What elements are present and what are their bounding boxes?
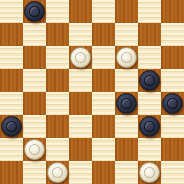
square-d4[interactable] [69,92,92,115]
square-g1[interactable] [138,161,161,184]
square-h6[interactable] [161,46,184,69]
square-g6 [138,46,161,69]
square-b5 [23,69,46,92]
square-h5 [161,69,184,92]
square-f2[interactable] [115,138,138,161]
black-man[interactable] [24,1,45,22]
square-b8[interactable] [23,0,46,23]
square-f6[interactable] [115,46,138,69]
square-d2[interactable] [69,138,92,161]
square-f7 [115,23,138,46]
square-b1 [23,161,46,184]
square-a3[interactable] [0,115,23,138]
square-h7 [161,23,184,46]
square-h1 [161,161,184,184]
square-c4 [46,92,69,115]
square-f5 [115,69,138,92]
black-man[interactable] [139,116,160,137]
black-man[interactable] [162,93,183,114]
square-d1 [69,161,92,184]
square-g3[interactable] [138,115,161,138]
square-c2 [46,138,69,161]
square-g8 [138,0,161,23]
square-e1[interactable] [92,161,115,184]
square-d3 [69,115,92,138]
square-f1 [115,161,138,184]
square-b2[interactable] [23,138,46,161]
square-e3[interactable] [92,115,115,138]
square-c3[interactable] [46,115,69,138]
square-a2 [0,138,23,161]
square-g7[interactable] [138,23,161,46]
square-d5 [69,69,92,92]
square-g5[interactable] [138,69,161,92]
square-h3 [161,115,184,138]
square-a6 [0,46,23,69]
square-d8[interactable] [69,0,92,23]
square-c1[interactable] [46,161,69,184]
white-man[interactable] [116,47,137,68]
white-man[interactable] [24,139,45,160]
square-b3 [23,115,46,138]
square-g2 [138,138,161,161]
square-c7[interactable] [46,23,69,46]
square-a4 [0,92,23,115]
square-b7 [23,23,46,46]
square-d6[interactable] [69,46,92,69]
square-d7 [69,23,92,46]
square-c8 [46,0,69,23]
black-man[interactable] [1,116,22,137]
white-man[interactable] [70,47,91,68]
checkers-board [0,0,184,184]
square-g4 [138,92,161,115]
square-h2[interactable] [161,138,184,161]
square-f3 [115,115,138,138]
square-f8[interactable] [115,0,138,23]
square-b6[interactable] [23,46,46,69]
square-h8[interactable] [161,0,184,23]
square-e6 [92,46,115,69]
white-man[interactable] [47,162,68,183]
square-a8 [0,0,23,23]
square-e5[interactable] [92,69,115,92]
white-man[interactable] [139,162,160,183]
black-man[interactable] [139,70,160,91]
square-h4[interactable] [161,92,184,115]
square-c6 [46,46,69,69]
black-man[interactable] [116,93,137,114]
square-b4[interactable] [23,92,46,115]
square-e4 [92,92,115,115]
square-e2 [92,138,115,161]
square-c5[interactable] [46,69,69,92]
square-a7[interactable] [0,23,23,46]
square-e8 [92,0,115,23]
square-f4[interactable] [115,92,138,115]
square-e7[interactable] [92,23,115,46]
square-a1[interactable] [0,161,23,184]
square-a5[interactable] [0,69,23,92]
